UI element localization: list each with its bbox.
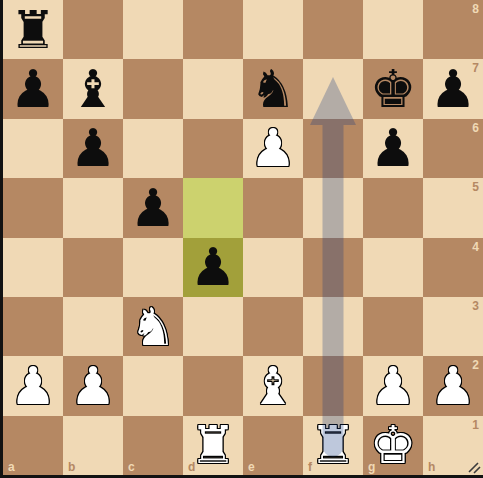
coord-file-b: b — [68, 461, 75, 473]
square-e7[interactable]: ♞ — [243, 59, 303, 118]
coord-file-c: c — [128, 461, 135, 473]
square-f7[interactable] — [303, 59, 363, 118]
piece-black-pawn[interactable]: ♟ — [363, 119, 423, 178]
square-a2[interactable]: ♟ — [3, 356, 63, 415]
coord-rank-7: 7 — [472, 62, 479, 74]
square-f5[interactable] — [303, 178, 363, 237]
piece-white-bishop[interactable]: ♝ — [243, 356, 303, 415]
coord-rank-1: 1 — [472, 419, 479, 431]
coord-file-d: d — [188, 461, 195, 473]
piece-black-rook[interactable]: ♜ — [3, 0, 63, 59]
coord-rank-4: 4 — [472, 241, 479, 253]
piece-white-knight[interactable]: ♞ — [123, 297, 183, 356]
coord-rank-3: 3 — [472, 300, 479, 312]
square-a7[interactable]: ♟ — [3, 59, 63, 118]
square-d6[interactable] — [183, 119, 243, 178]
piece-black-pawn[interactable]: ♟ — [3, 59, 63, 118]
square-c6[interactable] — [123, 119, 183, 178]
square-e6[interactable]: ♟ — [243, 119, 303, 178]
square-e5[interactable] — [243, 178, 303, 237]
square-g8[interactable] — [363, 0, 423, 59]
coord-rank-6: 6 — [472, 122, 479, 134]
square-b8[interactable] — [63, 0, 123, 59]
piece-black-pawn[interactable]: ♟ — [63, 119, 123, 178]
square-h3[interactable]: 3 — [423, 297, 483, 356]
square-h4[interactable]: 4 — [423, 238, 483, 297]
coord-rank-8: 8 — [472, 3, 479, 15]
square-c4[interactable] — [123, 238, 183, 297]
square-g1[interactable]: g♚ — [363, 416, 423, 475]
piece-black-knight[interactable]: ♞ — [243, 59, 303, 118]
square-e1[interactable]: e — [243, 416, 303, 475]
square-d1[interactable]: d♜ — [183, 416, 243, 475]
square-d4[interactable]: ♟ — [183, 238, 243, 297]
square-e8[interactable] — [243, 0, 303, 59]
board-resize-handle[interactable] — [467, 460, 481, 474]
coord-rank-5: 5 — [472, 181, 479, 193]
square-e2[interactable]: ♝ — [243, 356, 303, 415]
square-g5[interactable] — [363, 178, 423, 237]
square-a4[interactable] — [3, 238, 63, 297]
square-e4[interactable] — [243, 238, 303, 297]
piece-black-pawn[interactable]: ♟ — [183, 238, 243, 297]
piece-black-pawn[interactable]: ♟ — [123, 178, 183, 237]
square-h2[interactable]: 2♟ — [423, 356, 483, 415]
square-b3[interactable] — [63, 297, 123, 356]
piece-white-pawn[interactable]: ♟ — [3, 356, 63, 415]
square-a5[interactable] — [3, 178, 63, 237]
square-e3[interactable] — [243, 297, 303, 356]
square-h7[interactable]: 7♟ — [423, 59, 483, 118]
square-b6[interactable]: ♟ — [63, 119, 123, 178]
square-g7[interactable]: ♚ — [363, 59, 423, 118]
square-d3[interactable] — [183, 297, 243, 356]
piece-black-bishop[interactable]: ♝ — [63, 59, 123, 118]
square-b7[interactable]: ♝ — [63, 59, 123, 118]
square-c3[interactable]: ♞ — [123, 297, 183, 356]
square-f3[interactable] — [303, 297, 363, 356]
square-f6[interactable] — [303, 119, 363, 178]
square-f4[interactable] — [303, 238, 363, 297]
square-g2[interactable]: ♟ — [363, 356, 423, 415]
piece-white-pawn[interactable]: ♟ — [63, 356, 123, 415]
square-d2[interactable] — [183, 356, 243, 415]
coord-file-h: h — [428, 461, 435, 473]
coord-file-a: a — [8, 461, 15, 473]
square-b1[interactable]: b — [63, 416, 123, 475]
square-f8[interactable] — [303, 0, 363, 59]
piece-white-pawn[interactable]: ♟ — [243, 119, 303, 178]
piece-black-king[interactable]: ♚ — [363, 59, 423, 118]
piece-white-rook[interactable]: ♜ — [303, 416, 363, 475]
square-h6[interactable]: 6 — [423, 119, 483, 178]
square-f2[interactable] — [303, 356, 363, 415]
square-b4[interactable] — [63, 238, 123, 297]
square-c2[interactable] — [123, 356, 183, 415]
square-a8[interactable]: ♜ — [3, 0, 63, 59]
square-h8[interactable]: 8 — [423, 0, 483, 59]
coord-file-f: f — [308, 461, 312, 473]
square-g3[interactable] — [363, 297, 423, 356]
square-b2[interactable]: ♟ — [63, 356, 123, 415]
square-c5[interactable]: ♟ — [123, 178, 183, 237]
square-c8[interactable] — [123, 0, 183, 59]
square-f1[interactable]: f♜ — [303, 416, 363, 475]
coord-file-e: e — [248, 461, 255, 473]
piece-white-pawn[interactable]: ♟ — [363, 356, 423, 415]
board-frame: ♜8♟♝♞♚7♟♟♟♟6♟5♟4♞3♟♟♝♟2♟abcd♜ef♜g♚1h — [0, 0, 483, 478]
square-d5[interactable] — [183, 178, 243, 237]
square-a3[interactable] — [3, 297, 63, 356]
square-d8[interactable] — [183, 0, 243, 59]
square-c7[interactable] — [123, 59, 183, 118]
chess-board: ♜8♟♝♞♚7♟♟♟♟6♟5♟4♞3♟♟♝♟2♟abcd♜ef♜g♚1h — [3, 0, 483, 475]
square-h5[interactable]: 5 — [423, 178, 483, 237]
square-a1[interactable]: a — [3, 416, 63, 475]
square-d7[interactable] — [183, 59, 243, 118]
square-g6[interactable]: ♟ — [363, 119, 423, 178]
coord-file-g: g — [368, 461, 375, 473]
square-a6[interactable] — [3, 119, 63, 178]
square-c1[interactable]: c — [123, 416, 183, 475]
square-b5[interactable] — [63, 178, 123, 237]
square-g4[interactable] — [363, 238, 423, 297]
coord-rank-2: 2 — [472, 359, 479, 371]
